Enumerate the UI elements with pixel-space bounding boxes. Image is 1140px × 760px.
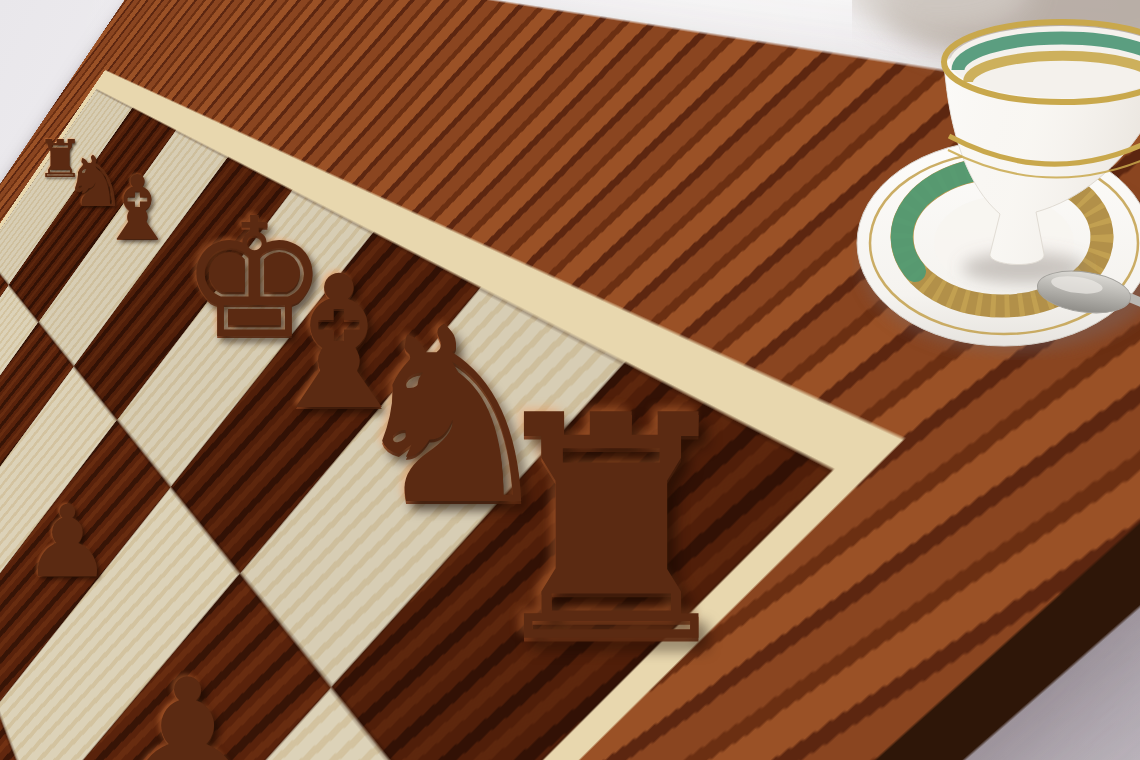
photo-scene: ♜♞♝♚♝♞♜♟♟♟♟♟♛♜♛ bbox=[0, 0, 1140, 760]
teacup-group bbox=[852, 0, 1140, 360]
board-grid bbox=[0, 70, 904, 760]
